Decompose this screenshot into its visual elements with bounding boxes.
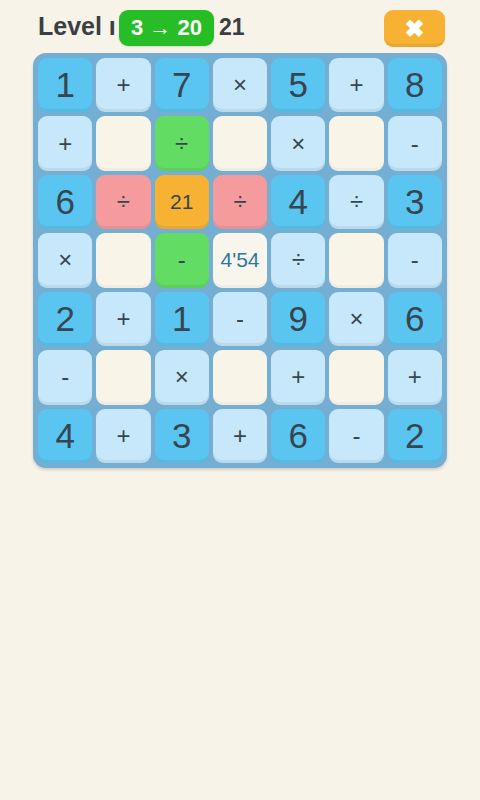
operator-tile-r5c4[interactable]: - <box>213 292 267 346</box>
page: { "game": "arithmetic-grid-puzzle (math … <box>0 0 480 800</box>
selected-tile-green-r2c3[interactable]: ÷ <box>155 116 209 170</box>
level-label: Level ı <box>38 12 116 41</box>
level-range-badge: 3 → 20 <box>119 10 214 46</box>
empty-cell-r4c2[interactable] <box>96 233 150 287</box>
number-tile-r3c5[interactable]: 4 <box>271 175 325 229</box>
number-tile-r3c1[interactable]: 6 <box>38 175 92 229</box>
operator-tile-r6c7[interactable]: + <box>388 350 442 404</box>
operator-tile-r4c5[interactable]: ÷ <box>271 233 325 287</box>
number-tile-r5c3[interactable]: 1 <box>155 292 209 346</box>
operator-tile-r7c2[interactable]: + <box>96 409 150 463</box>
operator-tile-r3c6[interactable]: ÷ <box>329 175 383 229</box>
selected-tile-green-r4c3[interactable]: - <box>155 233 209 287</box>
number-tile-r7c1[interactable]: 4 <box>38 409 92 463</box>
close-button[interactable]: ✖ <box>384 10 445 47</box>
number-tile-r1c5[interactable]: 5 <box>271 58 325 112</box>
number-tile-r7c5[interactable]: 6 <box>271 409 325 463</box>
number-tile-r1c3[interactable]: 7 <box>155 58 209 112</box>
operator-tile-r6c1[interactable]: - <box>38 350 92 404</box>
highlight-tile-pink-r3c2[interactable]: ÷ <box>96 175 150 229</box>
close-icon: ✖ <box>404 17 424 41</box>
empty-cell-r2c4[interactable] <box>213 116 267 170</box>
selected-tile-orange-r3c3[interactable]: 21 <box>155 175 209 229</box>
empty-cell-r6c6[interactable] <box>329 350 383 404</box>
operator-tile-r1c4[interactable]: × <box>213 58 267 112</box>
number-tile-r1c7[interactable]: 8 <box>388 58 442 112</box>
empty-cell-r6c2[interactable] <box>96 350 150 404</box>
operator-tile-r6c5[interactable]: + <box>271 350 325 404</box>
highlight-tile-pink-r3c4[interactable]: ÷ <box>213 175 267 229</box>
empty-cell-r2c2[interactable] <box>96 116 150 170</box>
empty-cell-r2c6[interactable] <box>329 116 383 170</box>
operator-tile-r4c1[interactable]: × <box>38 233 92 287</box>
operator-tile-r6c3[interactable]: × <box>155 350 209 404</box>
number-tile-r5c5[interactable]: 9 <box>271 292 325 346</box>
operator-tile-r2c7[interactable]: - <box>388 116 442 170</box>
operator-tile-r7c4[interactable]: + <box>213 409 267 463</box>
empty-cell-r4c6[interactable] <box>329 233 383 287</box>
counter: 21 <box>219 14 245 41</box>
operator-tile-r5c2[interactable]: + <box>96 292 150 346</box>
number-tile-r3c7[interactable]: 3 <box>388 175 442 229</box>
board: 1+7×5+8+÷×-6÷21÷4÷3×-4'54÷-2+1-9×6-×++4+… <box>33 53 447 468</box>
operator-tile-r1c2[interactable]: + <box>96 58 150 112</box>
number-tile-r7c7[interactable]: 2 <box>388 409 442 463</box>
number-tile-r1c1[interactable]: 1 <box>38 58 92 112</box>
operator-tile-r1c6[interactable]: + <box>329 58 383 112</box>
operator-tile-r2c1[interactable]: + <box>38 116 92 170</box>
number-tile-r5c7[interactable]: 6 <box>388 292 442 346</box>
operator-tile-r2c5[interactable]: × <box>271 116 325 170</box>
operator-tile-r4c7[interactable]: - <box>388 233 442 287</box>
empty-cell-r6c4[interactable] <box>213 350 267 404</box>
number-tile-r7c3[interactable]: 3 <box>155 409 209 463</box>
timer-cell-r4c4: 4'54 <box>213 233 267 287</box>
operator-tile-r5c6[interactable]: × <box>329 292 383 346</box>
header: Level ı 3 → 20 21 ✖ <box>0 0 480 53</box>
number-tile-r5c1[interactable]: 2 <box>38 292 92 346</box>
operator-tile-r7c6[interactable]: - <box>329 409 383 463</box>
